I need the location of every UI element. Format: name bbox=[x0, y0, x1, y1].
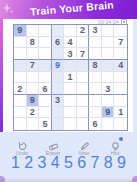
numpad-3[interactable]: 3 bbox=[38, 155, 47, 171]
cell-r7c5[interactable] bbox=[64, 95, 77, 107]
cell-r2c2[interactable]: 8 bbox=[27, 37, 40, 49]
cell-r5c5[interactable]: 1 bbox=[64, 72, 77, 84]
numpad-7[interactable]: 7 bbox=[91, 155, 100, 171]
cell-r8c9[interactable]: 1 bbox=[114, 107, 127, 119]
cell-r8c3[interactable] bbox=[39, 107, 52, 119]
cell-r3c1[interactable] bbox=[14, 48, 27, 60]
cell-r3c6[interactable]: 7 bbox=[77, 48, 90, 60]
numpad-8[interactable]: 8 bbox=[104, 155, 113, 171]
cell-r4c6[interactable] bbox=[77, 60, 90, 72]
cell-r4c4[interactable]: 9 bbox=[52, 60, 65, 72]
cell-r6c3[interactable]: 6 bbox=[39, 83, 52, 95]
cell-r6c6[interactable] bbox=[77, 83, 90, 95]
pencil-icon bbox=[79, 138, 90, 149]
cell-r9c4[interactable] bbox=[52, 118, 65, 130]
cell-r1c4[interactable] bbox=[52, 25, 65, 37]
cell-r7c7[interactable] bbox=[89, 95, 102, 107]
cell-r9c5[interactable] bbox=[64, 118, 77, 130]
number-pad: 123456789 bbox=[11, 155, 126, 171]
numpad-4[interactable]: 4 bbox=[51, 155, 60, 171]
cell-r5c4[interactable] bbox=[52, 72, 65, 84]
numpad-6[interactable]: 6 bbox=[77, 155, 86, 171]
cell-r7c9[interactable] bbox=[114, 95, 127, 107]
cell-r2c4[interactable]: 6 bbox=[52, 37, 65, 49]
cell-r3c3[interactable] bbox=[39, 48, 52, 60]
cell-r6c7[interactable] bbox=[89, 83, 102, 95]
undo-icon bbox=[17, 138, 28, 149]
numpad-5[interactable]: 5 bbox=[64, 155, 73, 171]
cell-r2c3[interactable] bbox=[39, 37, 52, 49]
cell-r2c6[interactable] bbox=[77, 37, 90, 49]
cell-r6c8[interactable]: 3 bbox=[102, 83, 115, 95]
cell-r9c1[interactable] bbox=[14, 118, 27, 130]
eraser-icon bbox=[48, 138, 59, 149]
cell-r1c1[interactable]: 9 bbox=[14, 25, 27, 37]
cell-r8c4[interactable] bbox=[52, 107, 65, 119]
cell-r3c5[interactable]: 3 bbox=[64, 48, 77, 60]
numpad-2[interactable]: 2 bbox=[24, 155, 33, 171]
cell-r7c1[interactable] bbox=[14, 95, 27, 107]
cell-r1c8[interactable] bbox=[102, 25, 115, 37]
cell-r5c7[interactable] bbox=[89, 72, 102, 84]
hint-bulb-icon bbox=[110, 138, 121, 149]
cell-r8c6[interactable] bbox=[77, 107, 90, 119]
cell-r7c6[interactable] bbox=[77, 95, 90, 107]
cell-r6c2[interactable] bbox=[27, 83, 40, 95]
cell-r7c4[interactable]: 3 bbox=[52, 95, 65, 107]
cell-r9c8[interactable] bbox=[102, 118, 115, 130]
cell-r5c8[interactable] bbox=[102, 72, 115, 84]
cell-r2c1[interactable] bbox=[14, 37, 27, 49]
cell-r8c7[interactable] bbox=[89, 107, 102, 119]
cell-r5c6[interactable] bbox=[77, 72, 90, 84]
cell-r1c3[interactable] bbox=[39, 25, 52, 37]
cell-r4c9[interactable]: 4 bbox=[114, 60, 127, 72]
cell-r9c9[interactable] bbox=[114, 118, 127, 130]
cell-r9c2[interactable] bbox=[27, 118, 40, 130]
cell-r1c9[interactable] bbox=[114, 25, 127, 37]
cell-r5c1[interactable] bbox=[14, 72, 27, 84]
cell-r9c3[interactable]: 5 bbox=[39, 118, 52, 130]
cell-r8c1[interactable] bbox=[14, 107, 27, 119]
numpad-9[interactable]: 9 bbox=[117, 155, 126, 171]
cell-r2c9[interactable]: 7 bbox=[114, 37, 127, 49]
bottom-edge bbox=[0, 178, 137, 182]
sudoku-grid: 923864737798412639329156 bbox=[13, 24, 128, 131]
cell-r7c8[interactable] bbox=[102, 95, 115, 107]
numpad-1[interactable]: 1 bbox=[11, 155, 20, 171]
corner-decor-right bbox=[132, 176, 137, 182]
cell-r4c7[interactable]: 8 bbox=[89, 60, 102, 72]
app-screen: Train Your Brain 00:04:04 92386473779841… bbox=[0, 0, 137, 182]
cell-r6c5[interactable] bbox=[64, 83, 77, 95]
top-banner: Train Your Brain bbox=[0, 0, 137, 19]
cell-r6c1[interactable]: 2 bbox=[14, 83, 27, 95]
cell-r7c2[interactable]: 9 bbox=[27, 95, 40, 107]
corner-decor-left bbox=[0, 176, 5, 182]
cell-r1c2[interactable] bbox=[27, 25, 40, 37]
cell-r1c7[interactable]: 3 bbox=[89, 25, 102, 37]
app-title: Train Your Brain bbox=[13, 0, 132, 19]
cell-r4c2[interactable]: 7 bbox=[27, 60, 40, 72]
cell-r4c5[interactable] bbox=[64, 60, 77, 72]
cell-r3c2[interactable] bbox=[27, 48, 40, 60]
cell-r2c8[interactable] bbox=[102, 37, 115, 49]
cell-r5c9[interactable] bbox=[114, 72, 127, 84]
cell-r8c8[interactable]: 9 bbox=[102, 107, 115, 119]
cell-r4c1[interactable] bbox=[14, 60, 27, 72]
cell-r9c6[interactable] bbox=[77, 118, 90, 130]
cell-r7c3[interactable] bbox=[39, 95, 52, 107]
cell-r5c2[interactable] bbox=[27, 72, 40, 84]
cell-r3c4[interactable] bbox=[52, 48, 65, 60]
cell-r3c9[interactable] bbox=[114, 48, 127, 60]
cell-r9c7[interactable]: 6 bbox=[89, 118, 102, 130]
cell-r5c3[interactable] bbox=[39, 72, 52, 84]
cell-r1c6[interactable]: 2 bbox=[77, 25, 90, 37]
cell-r4c8[interactable] bbox=[102, 60, 115, 72]
cell-r6c9[interactable] bbox=[114, 83, 127, 95]
cell-r2c7[interactable] bbox=[89, 37, 102, 49]
hint-badge bbox=[119, 137, 123, 141]
cell-r2c5[interactable]: 4 bbox=[64, 37, 77, 49]
cell-r4c3[interactable] bbox=[39, 60, 52, 72]
cell-r6c4[interactable] bbox=[52, 83, 65, 95]
cell-r8c5[interactable] bbox=[64, 107, 77, 119]
cell-r3c8[interactable] bbox=[102, 48, 115, 60]
cell-r8c2[interactable]: 2 bbox=[27, 107, 40, 119]
cell-r3c7[interactable] bbox=[89, 48, 102, 60]
cell-r1c5[interactable] bbox=[64, 25, 77, 37]
